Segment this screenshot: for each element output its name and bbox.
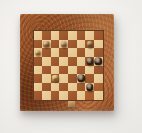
square-h3[interactable] — [94, 74, 103, 83]
square-a2[interactable] — [34, 83, 43, 92]
piece-white-pawn-d7[interactable]: ♙ — [60, 41, 67, 48]
piece-black-pawn-g2[interactable]: ♟ — [86, 83, 94, 91]
square-g3[interactable] — [85, 74, 94, 83]
square-f6[interactable] — [77, 48, 86, 57]
square-c8[interactable] — [51, 31, 60, 40]
square-h2[interactable] — [94, 83, 103, 92]
square-b1[interactable] — [42, 91, 51, 100]
square-e4[interactable] — [68, 66, 77, 75]
square-d6[interactable] — [59, 48, 68, 57]
square-d8[interactable] — [59, 31, 68, 40]
square-a4[interactable] — [34, 66, 43, 75]
square-d4[interactable] — [59, 66, 68, 75]
square-b3[interactable] — [42, 74, 51, 83]
square-h4[interactable] — [94, 66, 103, 75]
square-e1[interactable] — [68, 91, 77, 100]
square-f4[interactable] — [77, 66, 86, 75]
square-b8[interactable] — [42, 31, 51, 40]
piece-white-pawn-c3[interactable]: ♙ — [52, 75, 59, 82]
chess-board[interactable]: ♙♙♙♙♙♟♟♟♟ — [33, 30, 104, 101]
piece-white-pawn-a6[interactable]: ♙ — [35, 49, 42, 56]
square-h6[interactable] — [94, 48, 103, 57]
square-f8[interactable] — [77, 31, 86, 40]
square-d1[interactable] — [59, 91, 68, 100]
square-c2[interactable] — [51, 83, 60, 92]
brass-latch-icon — [68, 101, 75, 107]
piece-black-pawn-h5[interactable]: ♟ — [94, 57, 102, 65]
square-a7[interactable] — [34, 40, 43, 49]
square-e3[interactable] — [68, 74, 77, 83]
square-c6[interactable] — [51, 48, 60, 57]
square-b6[interactable] — [42, 48, 51, 57]
square-f5[interactable] — [77, 57, 86, 66]
square-e8[interactable] — [68, 31, 77, 40]
square-a5[interactable] — [34, 57, 43, 66]
wall-background: ♙♙♙♙♙♟♟♟♟ — [0, 0, 142, 133]
square-d2[interactable] — [59, 83, 68, 92]
square-g1[interactable] — [85, 91, 94, 100]
square-c1[interactable] — [51, 91, 60, 100]
chess-box-frame: ♙♙♙♙♙♟♟♟♟ — [20, 14, 114, 111]
square-h8[interactable] — [94, 31, 103, 40]
square-g8[interactable] — [85, 31, 94, 40]
square-d5[interactable] — [59, 57, 68, 66]
square-g4[interactable] — [85, 66, 94, 75]
square-c4[interactable] — [51, 66, 60, 75]
square-d3[interactable] — [59, 74, 68, 83]
square-a3[interactable] — [34, 74, 43, 83]
square-c5[interactable] — [51, 57, 60, 66]
square-a8[interactable] — [34, 31, 43, 40]
square-h7[interactable] — [94, 40, 103, 49]
square-b4[interactable] — [42, 66, 51, 75]
piece-white-pawn-b7[interactable]: ♙ — [43, 41, 50, 48]
square-a1[interactable] — [34, 91, 43, 100]
square-c7[interactable] — [51, 40, 60, 49]
piece-black-pawn-f3[interactable]: ♟ — [77, 75, 85, 83]
square-f1[interactable] — [77, 91, 86, 100]
square-b2[interactable] — [42, 83, 51, 92]
square-e6[interactable] — [68, 48, 77, 57]
square-f2[interactable] — [77, 83, 86, 92]
square-e2[interactable] — [68, 83, 77, 92]
piece-white-pawn-g7[interactable]: ♙ — [86, 41, 93, 48]
square-g6[interactable] — [85, 48, 94, 57]
square-b5[interactable] — [42, 57, 51, 66]
square-e7[interactable] — [68, 40, 77, 49]
square-f7[interactable] — [77, 40, 86, 49]
square-e5[interactable] — [68, 57, 77, 66]
piece-black-pawn-g5[interactable]: ♟ — [86, 57, 94, 65]
square-h1[interactable] — [94, 91, 103, 100]
